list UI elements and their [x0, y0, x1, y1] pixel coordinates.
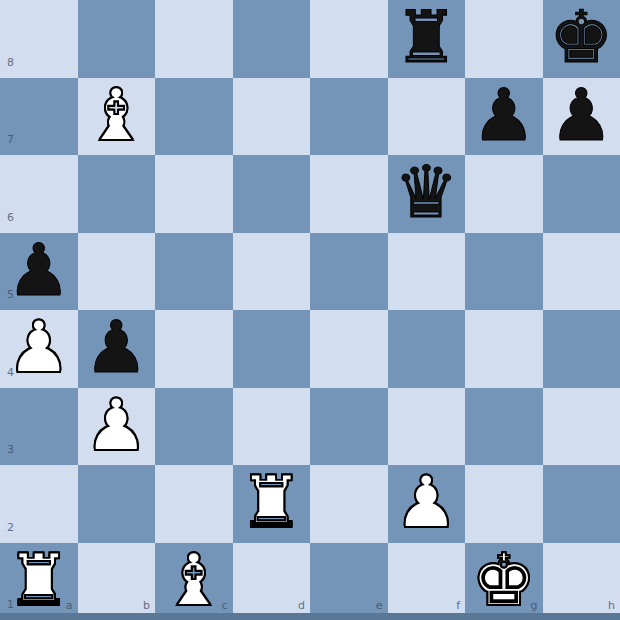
square-h6[interactable] [543, 155, 620, 233]
square-a4[interactable]: 4♟ [0, 310, 78, 388]
square-a7[interactable]: 7 [0, 78, 78, 156]
square-d2[interactable]: ♜ [233, 465, 311, 543]
square-c6[interactable] [155, 155, 233, 233]
square-g4[interactable] [465, 310, 543, 388]
square-h4[interactable] [543, 310, 620, 388]
square-b1[interactable]: b [78, 543, 156, 620]
rank-label-3: 3 [7, 443, 14, 456]
square-d5[interactable] [233, 233, 311, 311]
square-b4[interactable]: ♟ [78, 310, 156, 388]
square-d1[interactable]: d [233, 543, 311, 620]
square-e6[interactable] [310, 155, 388, 233]
square-b5[interactable] [78, 233, 156, 311]
square-g1[interactable]: g♚ [465, 543, 543, 620]
rank-label-6: 6 [7, 211, 14, 224]
black-pawn[interactable]: ♟ [84, 309, 149, 386]
rank-label-8: 8 [7, 56, 14, 69]
white-king[interactable]: ♚ [471, 542, 536, 619]
file-label-f: f [456, 599, 460, 612]
file-label-b: b [143, 599, 150, 612]
rank-label-7: 7 [7, 133, 14, 146]
square-e2[interactable] [310, 465, 388, 543]
square-h2[interactable] [543, 465, 620, 543]
black-king[interactable]: ♚ [549, 0, 614, 76]
square-g3[interactable] [465, 388, 543, 466]
file-label-e: e [376, 599, 383, 612]
square-h7[interactable]: ♟ [543, 78, 620, 156]
square-a5[interactable]: 5♟ [0, 233, 78, 311]
square-b7[interactable]: ♝ [78, 78, 156, 156]
square-h1[interactable]: h [543, 543, 620, 620]
square-f7[interactable] [388, 78, 466, 156]
black-rook[interactable]: ♜ [394, 0, 459, 76]
square-f6[interactable]: ♛ [388, 155, 466, 233]
square-c2[interactable] [155, 465, 233, 543]
rank-label-2: 2 [7, 521, 14, 534]
square-c3[interactable] [155, 388, 233, 466]
square-e8[interactable] [310, 0, 388, 78]
square-a1[interactable]: 1a♜ [0, 543, 78, 620]
black-pawn[interactable]: ♟ [6, 232, 71, 309]
square-d8[interactable] [233, 0, 311, 78]
square-h3[interactable] [543, 388, 620, 466]
square-e3[interactable] [310, 388, 388, 466]
white-bishop[interactable]: ♝ [161, 542, 226, 619]
square-h8[interactable]: ♚ [543, 0, 620, 78]
square-g6[interactable] [465, 155, 543, 233]
chess-board: 8♜♚7♝♟♟6♛5♟4♟♟3♟2♜♟1a♜bc♝defg♚h [0, 0, 620, 620]
square-f2[interactable]: ♟ [388, 465, 466, 543]
square-c4[interactable] [155, 310, 233, 388]
square-c8[interactable] [155, 0, 233, 78]
square-b6[interactable] [78, 155, 156, 233]
square-d6[interactable] [233, 155, 311, 233]
square-b3[interactable]: ♟ [78, 388, 156, 466]
black-pawn[interactable]: ♟ [471, 77, 536, 154]
square-e7[interactable] [310, 78, 388, 156]
square-g7[interactable]: ♟ [465, 78, 543, 156]
white-pawn[interactable]: ♟ [394, 464, 459, 541]
square-a8[interactable]: 8 [0, 0, 78, 78]
square-e4[interactable] [310, 310, 388, 388]
square-f1[interactable]: f [388, 543, 466, 620]
square-f4[interactable] [388, 310, 466, 388]
square-a3[interactable]: 3 [0, 388, 78, 466]
square-g8[interactable] [465, 0, 543, 78]
square-f8[interactable]: ♜ [388, 0, 466, 78]
file-label-d: d [298, 599, 305, 612]
square-a6[interactable]: 6 [0, 155, 78, 233]
square-g2[interactable] [465, 465, 543, 543]
square-f5[interactable] [388, 233, 466, 311]
black-queen[interactable]: ♛ [394, 154, 459, 231]
white-rook[interactable]: ♜ [239, 464, 304, 541]
file-label-h: h [608, 599, 615, 612]
square-b8[interactable] [78, 0, 156, 78]
square-c1[interactable]: c♝ [155, 543, 233, 620]
square-f3[interactable] [388, 388, 466, 466]
square-e1[interactable]: e [310, 543, 388, 620]
square-e5[interactable] [310, 233, 388, 311]
white-pawn[interactable]: ♟ [84, 387, 149, 464]
black-pawn[interactable]: ♟ [549, 77, 614, 154]
white-pawn[interactable]: ♟ [6, 309, 71, 386]
chess-board-stage: 8♜♚7♝♟♟6♛5♟4♟♟3♟2♜♟1a♜bc♝defg♚h [0, 0, 620, 620]
white-bishop[interactable]: ♝ [84, 77, 149, 154]
square-d4[interactable] [233, 310, 311, 388]
square-d7[interactable] [233, 78, 311, 156]
square-g5[interactable] [465, 233, 543, 311]
square-h5[interactable] [543, 233, 620, 311]
square-c5[interactable] [155, 233, 233, 311]
square-b2[interactable] [78, 465, 156, 543]
square-c7[interactable] [155, 78, 233, 156]
board-bottom-edge [0, 613, 620, 620]
white-rook[interactable]: ♜ [6, 542, 71, 619]
square-d3[interactable] [233, 388, 311, 466]
square-a2[interactable]: 2 [0, 465, 78, 543]
